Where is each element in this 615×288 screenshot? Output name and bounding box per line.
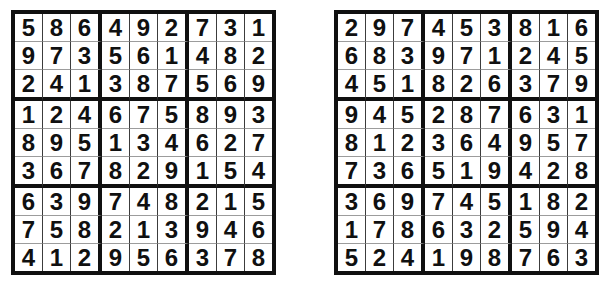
cell-r4c1: 9 bbox=[338, 101, 366, 129]
cell-r1c3: 7 bbox=[394, 14, 425, 42]
cell-r1c3: 6 bbox=[71, 14, 102, 42]
cell-r9c6: 6 bbox=[158, 244, 189, 271]
cell-r7c2: 3 bbox=[43, 188, 71, 216]
cell-r1c2: 9 bbox=[366, 14, 394, 42]
cell-r2c8: 4 bbox=[540, 42, 568, 70]
cell-r7c2: 6 bbox=[366, 188, 394, 216]
cell-r9c3: 4 bbox=[394, 244, 425, 271]
cell-r9c9: 3 bbox=[568, 244, 595, 271]
cell-r2c7: 4 bbox=[189, 42, 217, 70]
cell-r1c6: 3 bbox=[481, 14, 512, 42]
cell-r6c5: 2 bbox=[130, 157, 158, 188]
cell-r7c5: 4 bbox=[130, 188, 158, 216]
cell-r1c9: 6 bbox=[568, 14, 595, 42]
cell-r4c6: 5 bbox=[158, 101, 189, 129]
cell-r3c2: 4 bbox=[43, 70, 71, 101]
cell-r2c9: 2 bbox=[245, 42, 272, 70]
cell-r8c3: 8 bbox=[71, 216, 102, 244]
cell-r2c7: 2 bbox=[512, 42, 540, 70]
cell-r7c1: 6 bbox=[15, 188, 43, 216]
cell-r8c6: 2 bbox=[481, 216, 512, 244]
cell-r5c5: 6 bbox=[453, 129, 481, 157]
cell-r7c9: 5 bbox=[245, 188, 272, 216]
cell-r9c5: 9 bbox=[453, 244, 481, 271]
cell-r5c9: 7 bbox=[568, 129, 595, 157]
cell-r7c6: 5 bbox=[481, 188, 512, 216]
cell-r2c1: 6 bbox=[338, 42, 366, 70]
cell-r5c8: 2 bbox=[217, 129, 245, 157]
cell-r5c4: 3 bbox=[425, 129, 453, 157]
cell-r6c9: 4 bbox=[245, 157, 272, 188]
cell-r8c2: 7 bbox=[366, 216, 394, 244]
cell-r7c7: 1 bbox=[512, 188, 540, 216]
cell-r3c5: 2 bbox=[453, 70, 481, 101]
cell-r7c4: 7 bbox=[102, 188, 130, 216]
cell-r6c4: 8 bbox=[102, 157, 130, 188]
page: 5864927319735614822413875691246758938951… bbox=[0, 0, 615, 288]
cell-r4c6: 7 bbox=[481, 101, 512, 129]
cell-r1c4: 4 bbox=[102, 14, 130, 42]
cell-r5c7: 9 bbox=[512, 129, 540, 157]
cell-r7c3: 9 bbox=[394, 188, 425, 216]
cell-r9c2: 2 bbox=[366, 244, 394, 271]
cell-r4c3: 4 bbox=[71, 101, 102, 129]
cell-r5c7: 6 bbox=[189, 129, 217, 157]
cell-r1c1: 2 bbox=[338, 14, 366, 42]
cell-r2c1: 9 bbox=[15, 42, 43, 70]
cell-r1c9: 1 bbox=[245, 14, 272, 42]
cell-r6c4: 5 bbox=[425, 157, 453, 188]
cell-r6c8: 5 bbox=[217, 157, 245, 188]
cell-r8c9: 4 bbox=[568, 216, 595, 244]
cell-r9c8: 6 bbox=[540, 244, 568, 271]
cell-r3c6: 6 bbox=[481, 70, 512, 101]
cell-r9c4: 1 bbox=[425, 244, 453, 271]
cell-r1c8: 3 bbox=[217, 14, 245, 42]
cell-r3c4: 3 bbox=[102, 70, 130, 101]
cell-r3c2: 5 bbox=[366, 70, 394, 101]
cell-r9c4: 9 bbox=[102, 244, 130, 271]
cell-r1c8: 1 bbox=[540, 14, 568, 42]
cell-r7c4: 7 bbox=[425, 188, 453, 216]
cell-r8c1: 7 bbox=[15, 216, 43, 244]
cell-r3c4: 8 bbox=[425, 70, 453, 101]
cell-r5c4: 1 bbox=[102, 129, 130, 157]
cell-r7c5: 4 bbox=[453, 188, 481, 216]
cell-r6c7: 4 bbox=[512, 157, 540, 188]
cell-r8c8: 9 bbox=[540, 216, 568, 244]
cell-r3c3: 1 bbox=[394, 70, 425, 101]
cell-r4c3: 5 bbox=[394, 101, 425, 129]
cell-r5c3: 2 bbox=[394, 129, 425, 157]
cell-r6c6: 9 bbox=[158, 157, 189, 188]
cell-r4c9: 3 bbox=[245, 101, 272, 129]
cell-r7c1: 3 bbox=[338, 188, 366, 216]
cell-r1c1: 5 bbox=[15, 14, 43, 42]
cell-r9c7: 3 bbox=[189, 244, 217, 271]
cell-r6c1: 7 bbox=[338, 157, 366, 188]
cell-r4c4: 6 bbox=[102, 101, 130, 129]
cell-r8c4: 6 bbox=[425, 216, 453, 244]
cell-r9c1: 4 bbox=[15, 244, 43, 271]
cell-r2c6: 1 bbox=[158, 42, 189, 70]
cell-r9c2: 1 bbox=[43, 244, 71, 271]
cell-r3c8: 6 bbox=[217, 70, 245, 101]
cell-r7c8: 8 bbox=[540, 188, 568, 216]
cell-r6c8: 2 bbox=[540, 157, 568, 188]
cell-r3c7: 3 bbox=[512, 70, 540, 101]
cell-r9c5: 5 bbox=[130, 244, 158, 271]
cell-r4c5: 8 bbox=[453, 101, 481, 129]
cell-r2c5: 6 bbox=[130, 42, 158, 70]
cell-r3c1: 2 bbox=[15, 70, 43, 101]
cell-r2c8: 8 bbox=[217, 42, 245, 70]
cell-r5c1: 8 bbox=[338, 129, 366, 157]
cell-r4c2: 4 bbox=[366, 101, 394, 129]
cell-r7c8: 1 bbox=[217, 188, 245, 216]
cell-r2c5: 7 bbox=[453, 42, 481, 70]
cell-r2c3: 3 bbox=[394, 42, 425, 70]
cell-r5c8: 5 bbox=[540, 129, 568, 157]
cell-r8c3: 8 bbox=[394, 216, 425, 244]
cell-r8c6: 3 bbox=[158, 216, 189, 244]
cell-r5c2: 1 bbox=[366, 129, 394, 157]
cell-r8c7: 9 bbox=[189, 216, 217, 244]
cell-r9c7: 7 bbox=[512, 244, 540, 271]
cell-r8c9: 6 bbox=[245, 216, 272, 244]
cell-r2c2: 7 bbox=[43, 42, 71, 70]
cell-r1c5: 9 bbox=[130, 14, 158, 42]
cell-r6c5: 1 bbox=[453, 157, 481, 188]
cell-r3c9: 9 bbox=[568, 70, 595, 101]
cell-r4c7: 8 bbox=[189, 101, 217, 129]
cell-r3c7: 5 bbox=[189, 70, 217, 101]
cell-r4c4: 2 bbox=[425, 101, 453, 129]
cell-r8c8: 4 bbox=[217, 216, 245, 244]
cell-r8c1: 1 bbox=[338, 216, 366, 244]
cell-r5c6: 4 bbox=[158, 129, 189, 157]
cell-r5c6: 4 bbox=[481, 129, 512, 157]
cell-r6c2: 6 bbox=[43, 157, 71, 188]
cell-r4c2: 2 bbox=[43, 101, 71, 129]
cell-r3c6: 7 bbox=[158, 70, 189, 101]
cell-r1c7: 8 bbox=[512, 14, 540, 42]
cell-r6c2: 3 bbox=[366, 157, 394, 188]
cell-r2c9: 5 bbox=[568, 42, 595, 70]
cell-r4c7: 6 bbox=[512, 101, 540, 129]
cell-r6c3: 7 bbox=[71, 157, 102, 188]
cell-r8c5: 1 bbox=[130, 216, 158, 244]
cell-r3c9: 9 bbox=[245, 70, 272, 101]
cell-r2c2: 8 bbox=[366, 42, 394, 70]
cell-r9c3: 2 bbox=[71, 244, 102, 271]
cell-r1c2: 8 bbox=[43, 14, 71, 42]
cell-r9c1: 5 bbox=[338, 244, 366, 271]
sudoku-board-right: 2974538166839712454518263799452876318123… bbox=[334, 10, 599, 275]
cell-r7c7: 2 bbox=[189, 188, 217, 216]
cell-r5c1: 8 bbox=[15, 129, 43, 157]
cell-r9c8: 7 bbox=[217, 244, 245, 271]
sudoku-board-left: 5864927319735614822413875691246758938951… bbox=[11, 10, 276, 275]
cell-r6c1: 3 bbox=[15, 157, 43, 188]
cell-r9c6: 8 bbox=[481, 244, 512, 271]
cell-r8c7: 5 bbox=[512, 216, 540, 244]
cell-r2c6: 1 bbox=[481, 42, 512, 70]
cell-r2c4: 5 bbox=[102, 42, 130, 70]
cell-r4c1: 1 bbox=[15, 101, 43, 129]
cell-r6c3: 6 bbox=[394, 157, 425, 188]
cell-r5c5: 3 bbox=[130, 129, 158, 157]
cell-r3c8: 7 bbox=[540, 70, 568, 101]
cell-r7c9: 2 bbox=[568, 188, 595, 216]
cell-r2c4: 9 bbox=[425, 42, 453, 70]
cell-r1c7: 7 bbox=[189, 14, 217, 42]
cell-r1c4: 4 bbox=[425, 14, 453, 42]
cell-r8c5: 3 bbox=[453, 216, 481, 244]
cell-r6c6: 9 bbox=[481, 157, 512, 188]
cell-r2c3: 3 bbox=[71, 42, 102, 70]
cell-r5c9: 7 bbox=[245, 129, 272, 157]
cell-r5c3: 5 bbox=[71, 129, 102, 157]
cell-r7c6: 8 bbox=[158, 188, 189, 216]
cell-r5c2: 9 bbox=[43, 129, 71, 157]
cell-r3c1: 4 bbox=[338, 70, 366, 101]
cell-r8c4: 2 bbox=[102, 216, 130, 244]
cell-r4c5: 7 bbox=[130, 101, 158, 129]
cell-r6c9: 8 bbox=[568, 157, 595, 188]
cell-r9c9: 8 bbox=[245, 244, 272, 271]
cell-r8c2: 5 bbox=[43, 216, 71, 244]
cell-r6c7: 1 bbox=[189, 157, 217, 188]
cell-r4c9: 1 bbox=[568, 101, 595, 129]
cell-r7c3: 9 bbox=[71, 188, 102, 216]
cell-r4c8: 3 bbox=[540, 101, 568, 129]
cell-r3c5: 8 bbox=[130, 70, 158, 101]
cell-r4c8: 9 bbox=[217, 101, 245, 129]
cell-r1c6: 2 bbox=[158, 14, 189, 42]
cell-r3c3: 1 bbox=[71, 70, 102, 101]
cell-r1c5: 5 bbox=[453, 14, 481, 42]
